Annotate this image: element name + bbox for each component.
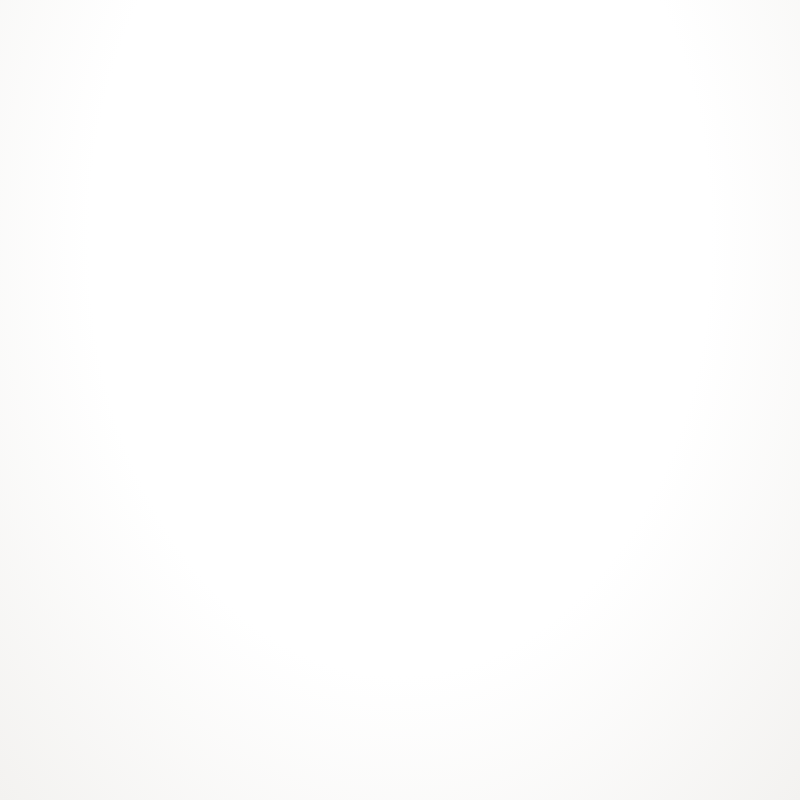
product-photo-stage bbox=[0, 0, 800, 800]
